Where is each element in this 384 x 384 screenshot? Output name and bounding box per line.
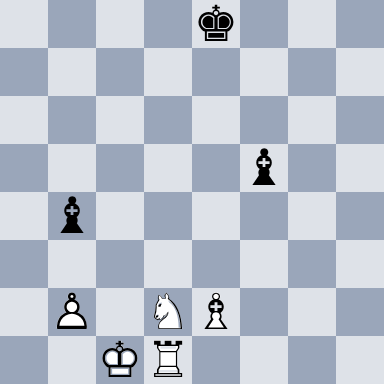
square-c4[interactable] [96,192,144,240]
square-f8[interactable] [240,0,288,48]
white-knight-outline-glyph: ♘ [144,288,192,336]
piece-black-bishop-b4[interactable]: ♝ [48,192,96,240]
square-g8[interactable] [288,0,336,48]
square-b5[interactable] [48,144,96,192]
square-c2[interactable] [96,288,144,336]
square-g3[interactable] [288,240,336,288]
square-d6[interactable] [144,96,192,144]
square-a8[interactable] [0,0,48,48]
square-h1[interactable] [336,336,384,384]
square-d5[interactable] [144,144,192,192]
square-h5[interactable] [336,144,384,192]
square-g6[interactable] [288,96,336,144]
white-king-outline-glyph: ♔ [96,336,144,384]
square-b8[interactable] [48,0,96,48]
square-a6[interactable] [0,96,48,144]
white-pawn-outline-glyph: ♙ [48,288,96,336]
piece-white-knight-d2[interactable]: ♞♘ [144,288,192,336]
square-g1[interactable] [288,336,336,384]
square-h7[interactable] [336,48,384,96]
square-b4[interactable]: ♝ [48,192,96,240]
square-f7[interactable] [240,48,288,96]
square-c7[interactable] [96,48,144,96]
square-a1[interactable] [0,336,48,384]
square-a7[interactable] [0,48,48,96]
square-f4[interactable] [240,192,288,240]
square-e3[interactable] [192,240,240,288]
square-h8[interactable] [336,0,384,48]
square-b1[interactable] [48,336,96,384]
square-h6[interactable] [336,96,384,144]
square-g4[interactable] [288,192,336,240]
square-e8[interactable]: ♚ [192,0,240,48]
piece-white-bishop-e2[interactable]: ♝♗ [192,288,240,336]
square-d7[interactable] [144,48,192,96]
piece-black-king-e8[interactable]: ♚ [192,0,240,48]
square-e6[interactable] [192,96,240,144]
square-c3[interactable] [96,240,144,288]
square-a5[interactable] [0,144,48,192]
piece-white-king-c1[interactable]: ♚♔ [96,336,144,384]
square-f2[interactable] [240,288,288,336]
square-d4[interactable] [144,192,192,240]
square-f5[interactable]: ♝ [240,144,288,192]
square-e5[interactable] [192,144,240,192]
square-e4[interactable] [192,192,240,240]
square-h4[interactable] [336,192,384,240]
square-d2[interactable]: ♞♘ [144,288,192,336]
square-f3[interactable] [240,240,288,288]
square-b7[interactable] [48,48,96,96]
square-c5[interactable] [96,144,144,192]
square-g7[interactable] [288,48,336,96]
square-e7[interactable] [192,48,240,96]
square-c6[interactable] [96,96,144,144]
square-a2[interactable] [0,288,48,336]
square-b6[interactable] [48,96,96,144]
square-e1[interactable] [192,336,240,384]
square-c8[interactable] [96,0,144,48]
square-c1[interactable]: ♚♔ [96,336,144,384]
square-e2[interactable]: ♝♗ [192,288,240,336]
piece-white-rook-d1[interactable]: ♜♖ [144,336,192,384]
square-h2[interactable] [336,288,384,336]
square-a3[interactable] [0,240,48,288]
square-g2[interactable] [288,288,336,336]
piece-black-bishop-f5[interactable]: ♝ [240,144,288,192]
square-g5[interactable] [288,144,336,192]
square-b3[interactable] [48,240,96,288]
white-rook-outline-glyph: ♖ [144,336,192,384]
square-f6[interactable] [240,96,288,144]
square-d3[interactable] [144,240,192,288]
square-d8[interactable] [144,0,192,48]
square-f1[interactable] [240,336,288,384]
square-a4[interactable] [0,192,48,240]
white-bishop-outline-glyph: ♗ [192,288,240,336]
square-h3[interactable] [336,240,384,288]
square-d1[interactable]: ♜♖ [144,336,192,384]
chess-board: ♚♝♝♟♙♞♘♝♗♚♔♜♖ [0,0,384,384]
piece-white-pawn-b2[interactable]: ♟♙ [48,288,96,336]
square-b2[interactable]: ♟♙ [48,288,96,336]
